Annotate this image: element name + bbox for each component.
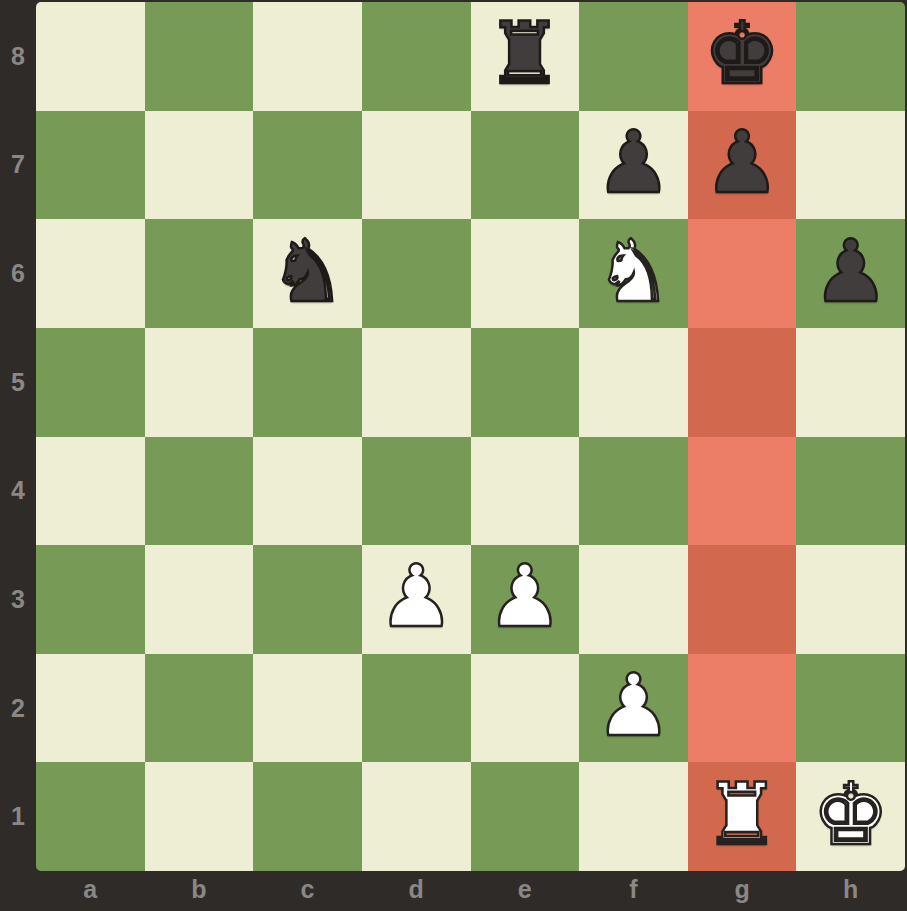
square-b6[interactable] xyxy=(145,219,254,328)
square-e5[interactable] xyxy=(471,328,580,437)
square-h6[interactable]: ♟ xyxy=(796,219,905,328)
square-g5[interactable] xyxy=(688,328,797,437)
file-label-c: c xyxy=(253,871,362,911)
square-e3[interactable]: ♟ xyxy=(471,545,580,654)
file-coordinates: abcdefgh xyxy=(36,871,905,911)
square-c3[interactable] xyxy=(253,545,362,654)
square-g3[interactable] xyxy=(688,545,797,654)
square-b5[interactable] xyxy=(145,328,254,437)
square-g1[interactable]: ♜ xyxy=(688,762,797,871)
square-d5[interactable] xyxy=(362,328,471,437)
square-f4[interactable] xyxy=(579,437,688,546)
square-h1[interactable]: ♚ xyxy=(796,762,905,871)
square-a3[interactable] xyxy=(36,545,145,654)
file-label-e: e xyxy=(471,871,580,911)
rank-label-2: 2 xyxy=(0,654,36,763)
square-f1[interactable] xyxy=(579,762,688,871)
square-e8[interactable]: ♜ xyxy=(471,2,580,111)
rank-label-4: 4 xyxy=(0,437,36,546)
square-d1[interactable] xyxy=(362,762,471,871)
square-g7[interactable]: ♟ xyxy=(688,111,797,220)
file-label-b: b xyxy=(145,871,254,911)
black-king[interactable]: ♚ xyxy=(704,10,781,96)
square-h4[interactable] xyxy=(796,437,905,546)
rank-label-7: 7 xyxy=(0,111,36,220)
square-c2[interactable] xyxy=(253,654,362,763)
square-c7[interactable] xyxy=(253,111,362,220)
square-g6[interactable] xyxy=(688,219,797,328)
rank-label-5: 5 xyxy=(0,328,36,437)
file-label-h: h xyxy=(796,871,905,911)
square-e2[interactable] xyxy=(471,654,580,763)
square-g4[interactable] xyxy=(688,437,797,546)
square-d2[interactable] xyxy=(362,654,471,763)
square-d7[interactable] xyxy=(362,111,471,220)
square-a5[interactable] xyxy=(36,328,145,437)
square-c8[interactable] xyxy=(253,2,362,111)
square-d4[interactable] xyxy=(362,437,471,546)
black-pawn[interactable]: ♟ xyxy=(812,228,889,314)
square-b8[interactable] xyxy=(145,2,254,111)
white-king[interactable]: ♚ xyxy=(812,771,889,857)
square-a7[interactable] xyxy=(36,111,145,220)
white-pawn[interactable]: ♟ xyxy=(595,662,672,748)
square-d8[interactable] xyxy=(362,2,471,111)
square-d6[interactable] xyxy=(362,219,471,328)
square-b4[interactable] xyxy=(145,437,254,546)
file-label-d: d xyxy=(362,871,471,911)
square-b1[interactable] xyxy=(145,762,254,871)
square-h8[interactable] xyxy=(796,2,905,111)
square-h3[interactable] xyxy=(796,545,905,654)
chess-app-window: 87654321 ♜♚♟♟♞♞♟♟♟♟♜♚ abcdefgh xyxy=(0,0,907,911)
square-c1[interactable] xyxy=(253,762,362,871)
rank-label-3: 3 xyxy=(0,545,36,654)
square-b2[interactable] xyxy=(145,654,254,763)
white-rook[interactable]: ♜ xyxy=(704,771,781,857)
square-f7[interactable]: ♟ xyxy=(579,111,688,220)
square-f6[interactable]: ♞ xyxy=(579,219,688,328)
square-h2[interactable] xyxy=(796,654,905,763)
black-knight[interactable]: ♞ xyxy=(269,228,346,314)
square-g8[interactable]: ♚ xyxy=(688,2,797,111)
file-label-a: a xyxy=(36,871,145,911)
square-a4[interactable] xyxy=(36,437,145,546)
rank-label-6: 6 xyxy=(0,219,36,328)
square-h7[interactable] xyxy=(796,111,905,220)
white-pawn[interactable]: ♟ xyxy=(378,553,455,639)
black-rook[interactable]: ♜ xyxy=(486,10,563,96)
white-knight[interactable]: ♞ xyxy=(595,228,672,314)
black-pawn[interactable]: ♟ xyxy=(704,119,781,205)
square-f8[interactable] xyxy=(579,2,688,111)
file-label-g: g xyxy=(688,871,797,911)
white-pawn[interactable]: ♟ xyxy=(486,553,563,639)
square-b3[interactable] xyxy=(145,545,254,654)
square-f2[interactable]: ♟ xyxy=(579,654,688,763)
square-c5[interactable] xyxy=(253,328,362,437)
square-c6[interactable]: ♞ xyxy=(253,219,362,328)
black-pawn[interactable]: ♟ xyxy=(595,119,672,205)
square-e6[interactable] xyxy=(471,219,580,328)
rank-label-8: 8 xyxy=(0,2,36,111)
square-c4[interactable] xyxy=(253,437,362,546)
square-b7[interactable] xyxy=(145,111,254,220)
square-g2[interactable] xyxy=(688,654,797,763)
square-a6[interactable] xyxy=(36,219,145,328)
square-a2[interactable] xyxy=(36,654,145,763)
square-f3[interactable] xyxy=(579,545,688,654)
square-a8[interactable] xyxy=(36,2,145,111)
square-e1[interactable] xyxy=(471,762,580,871)
square-e7[interactable] xyxy=(471,111,580,220)
square-f5[interactable] xyxy=(579,328,688,437)
chess-board[interactable]: ♜♚♟♟♞♞♟♟♟♟♜♚ xyxy=(36,2,905,871)
square-e4[interactable] xyxy=(471,437,580,546)
rank-coordinates: 87654321 xyxy=(0,2,36,871)
square-h5[interactable] xyxy=(796,328,905,437)
square-a1[interactable] xyxy=(36,762,145,871)
file-label-f: f xyxy=(579,871,688,911)
square-d3[interactable]: ♟ xyxy=(362,545,471,654)
rank-label-1: 1 xyxy=(0,762,36,871)
